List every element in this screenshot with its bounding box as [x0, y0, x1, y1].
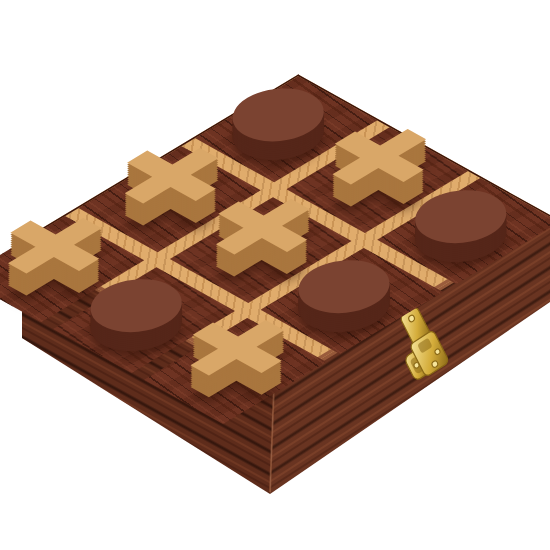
product-photo-scene: ●✚●✚✚●✚●✚	[0, 0, 550, 550]
